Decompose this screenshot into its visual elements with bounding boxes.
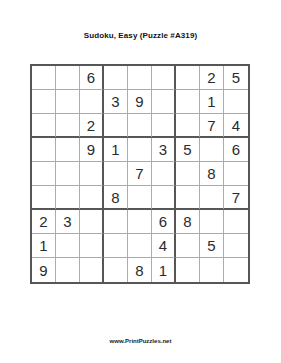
cell-r7c3 [80, 210, 104, 234]
cell-r3c3: 2 [80, 114, 104, 138]
cell-r9c8 [200, 258, 224, 282]
cell-r5c2 [56, 162, 80, 186]
cell-r3c6 [152, 114, 176, 138]
cell-r6c3 [80, 186, 104, 210]
cell-r8c7 [176, 234, 200, 258]
cell-r9c7 [176, 258, 200, 282]
cell-r4c2 [56, 138, 80, 162]
sudoku-board: 6253912749135678872368145981 [30, 64, 250, 284]
cell-r7c7: 8 [176, 210, 200, 234]
cell-r4c8 [200, 138, 224, 162]
page-title: Sudoku, Easy (Puzzle #A319) [0, 31, 281, 40]
cell-r7c4 [104, 210, 128, 234]
cell-r3c8: 7 [200, 114, 224, 138]
cell-r5c1 [32, 162, 56, 186]
cell-r1c4 [104, 66, 128, 90]
cell-r7c6: 6 [152, 210, 176, 234]
cell-r9c3 [80, 258, 104, 282]
cell-r2c8: 1 [200, 90, 224, 114]
cell-r3c9: 4 [224, 114, 248, 138]
puzzle-page: Sudoku, Easy (Puzzle #A319) 625391274913… [0, 0, 281, 363]
cell-r4c3: 9 [80, 138, 104, 162]
cell-r8c1: 1 [32, 234, 56, 258]
cell-r1c1 [32, 66, 56, 90]
cell-r2c5: 9 [128, 90, 152, 114]
cell-r4c5 [128, 138, 152, 162]
cell-r3c4 [104, 114, 128, 138]
cell-r9c4 [104, 258, 128, 282]
cell-r1c9: 5 [224, 66, 248, 90]
cell-r1c7 [176, 66, 200, 90]
cell-r9c6: 1 [152, 258, 176, 282]
cell-r9c1: 9 [32, 258, 56, 282]
cell-r6c7 [176, 186, 200, 210]
cell-r9c2 [56, 258, 80, 282]
cell-r9c9 [224, 258, 248, 282]
cell-r6c1 [32, 186, 56, 210]
cell-r2c7 [176, 90, 200, 114]
cell-r1c2 [56, 66, 80, 90]
cell-r2c3 [80, 90, 104, 114]
cell-r7c9 [224, 210, 248, 234]
cell-r3c1 [32, 114, 56, 138]
cell-r5c6 [152, 162, 176, 186]
cell-r8c5 [128, 234, 152, 258]
cell-r9c5: 8 [128, 258, 152, 282]
cell-r4c9: 6 [224, 138, 248, 162]
cell-r1c8: 2 [200, 66, 224, 90]
cell-r8c9 [224, 234, 248, 258]
cell-r7c8 [200, 210, 224, 234]
cell-r8c8: 5 [200, 234, 224, 258]
cell-r6c8 [200, 186, 224, 210]
cell-r7c1: 2 [32, 210, 56, 234]
cell-r1c3: 6 [80, 66, 104, 90]
cell-r5c9 [224, 162, 248, 186]
cell-r8c2 [56, 234, 80, 258]
footer-url: www.PrintPuzzles.net [0, 338, 281, 344]
cell-r2c6 [152, 90, 176, 114]
cell-r5c7 [176, 162, 200, 186]
cell-r4c7: 5 [176, 138, 200, 162]
cell-r5c4 [104, 162, 128, 186]
cell-r6c5 [128, 186, 152, 210]
cell-r2c2 [56, 90, 80, 114]
cell-r8c4 [104, 234, 128, 258]
cell-r4c6: 3 [152, 138, 176, 162]
cell-r1c5 [128, 66, 152, 90]
cell-r5c5: 7 [128, 162, 152, 186]
cell-r5c8: 8 [200, 162, 224, 186]
cell-r3c7 [176, 114, 200, 138]
cell-r7c2: 3 [56, 210, 80, 234]
cell-r2c1 [32, 90, 56, 114]
cell-r1c6 [152, 66, 176, 90]
cell-r6c6 [152, 186, 176, 210]
cell-r3c2 [56, 114, 80, 138]
cell-r2c9 [224, 90, 248, 114]
cell-r6c2 [56, 186, 80, 210]
cell-r5c3 [80, 162, 104, 186]
cell-r4c4: 1 [104, 138, 128, 162]
cell-r6c4: 8 [104, 186, 128, 210]
cell-r3c5 [128, 114, 152, 138]
cell-r8c6: 4 [152, 234, 176, 258]
cell-r7c5 [128, 210, 152, 234]
cell-r2c4: 3 [104, 90, 128, 114]
cell-r8c3 [80, 234, 104, 258]
cell-r6c9: 7 [224, 186, 248, 210]
cell-r4c1 [32, 138, 56, 162]
